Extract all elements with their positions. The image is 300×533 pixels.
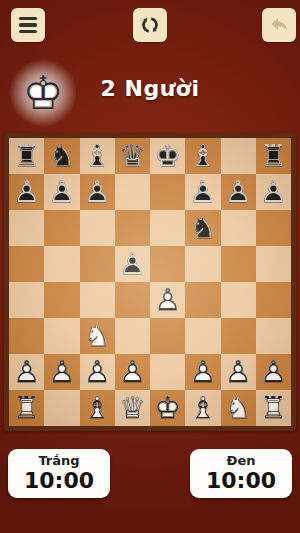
black-pawn[interactable]: ♟♙	[115, 246, 150, 282]
board-grid: ♜♖♞♘♝♗♛♕♚♔♝♗♜♖♟♙♟♙♟♙♟♙♟♙♟♙♞♘♟♙♟♙♞♘♟♙♟♙♟♙…	[9, 138, 291, 426]
white-rook[interactable]: ♜♖	[256, 390, 291, 426]
black-pawn[interactable]: ♟♙	[44, 174, 79, 210]
white-clock-time: 10:00	[24, 469, 94, 493]
square-d3[interactable]	[115, 318, 150, 354]
chess-board: ♜♖♞♘♝♗♛♕♚♔♝♗♜♖♟♙♟♙♟♙♟♙♟♙♟♙♞♘♟♙♟♙♞♘♟♙♟♙♟♙…	[4, 133, 296, 431]
square-f3[interactable]	[185, 318, 220, 354]
piece-glyph-outline: ♙	[185, 174, 220, 210]
black-pawn[interactable]: ♟♙	[80, 174, 115, 210]
square-d8[interactable]: ♛♕	[115, 138, 150, 174]
square-e1[interactable]: ♚♔	[150, 390, 185, 426]
black-knight[interactable]: ♞♘	[44, 138, 79, 174]
square-g6[interactable]	[221, 210, 256, 246]
square-a4[interactable]	[9, 282, 44, 318]
refresh-icon	[139, 14, 161, 36]
square-b7[interactable]: ♟♙	[44, 174, 79, 210]
black-bishop[interactable]: ♝♗	[80, 138, 115, 174]
square-c1[interactable]: ♝♗	[80, 390, 115, 426]
square-f5[interactable]	[185, 246, 220, 282]
square-b5[interactable]	[44, 246, 79, 282]
black-rook[interactable]: ♜♖	[9, 138, 44, 174]
piece-glyph-outline: ♙	[256, 174, 291, 210]
square-a6[interactable]	[9, 210, 44, 246]
square-a7[interactable]: ♟♙	[9, 174, 44, 210]
black-pawn[interactable]: ♟♙	[9, 174, 44, 210]
piece-glyph-outline: ♙	[115, 354, 150, 390]
piece-glyph-outline: ♙	[80, 354, 115, 390]
square-e5[interactable]	[150, 246, 185, 282]
undo-arrow-icon	[267, 13, 291, 37]
white-pawn[interactable]: ♟♙	[44, 354, 79, 390]
piece-glyph-outline: ♙	[221, 174, 256, 210]
white-pawn[interactable]: ♟♙	[221, 354, 256, 390]
white-queen[interactable]: ♛♕	[115, 390, 150, 426]
square-e4[interactable]: ♟♙	[150, 282, 185, 318]
piece-glyph-outline: ♙	[9, 354, 44, 390]
white-knight[interactable]: ♞♘	[80, 318, 115, 354]
square-b3[interactable]	[44, 318, 79, 354]
black-bishop[interactable]: ♝♗	[185, 138, 220, 174]
square-d7[interactable]	[115, 174, 150, 210]
white-knight[interactable]: ♞♘	[221, 390, 256, 426]
piece-glyph-outline: ♙	[221, 354, 256, 390]
piece-glyph-outline: ♙	[115, 246, 150, 282]
square-g4[interactable]	[221, 282, 256, 318]
square-a2[interactable]: ♟♙	[9, 354, 44, 390]
piece-glyph-outline: ♖	[9, 390, 44, 426]
square-h1[interactable]: ♜♖	[256, 390, 291, 426]
piece-glyph-outline: ♘	[221, 390, 256, 426]
square-c8[interactable]: ♝♗	[80, 138, 115, 174]
piece-glyph-outline: ♗	[80, 138, 115, 174]
piece-glyph-outline: ♕	[115, 138, 150, 174]
square-d6[interactable]	[115, 210, 150, 246]
square-e8[interactable]: ♚♔	[150, 138, 185, 174]
white-pawn[interactable]: ♟♙	[115, 354, 150, 390]
square-h7[interactable]: ♟♙	[256, 174, 291, 210]
white-bishop[interactable]: ♝♗	[185, 390, 220, 426]
piece-glyph-outline: ♙	[150, 282, 185, 318]
refresh-button[interactable]	[133, 8, 167, 42]
black-rook[interactable]: ♜♖	[256, 138, 291, 174]
white-king[interactable]: ♚♔	[150, 390, 185, 426]
square-b1[interactable]	[44, 390, 79, 426]
square-b4[interactable]	[44, 282, 79, 318]
square-h5[interactable]	[256, 246, 291, 282]
square-g1[interactable]: ♞♘	[221, 390, 256, 426]
square-a3[interactable]	[9, 318, 44, 354]
piece-glyph-outline: ♙	[185, 354, 220, 390]
piece-glyph-outline: ♙	[9, 174, 44, 210]
black-king[interactable]: ♚♔	[150, 138, 185, 174]
white-clock[interactable]: Trắng 10:00	[8, 449, 110, 498]
undo-button[interactable]	[262, 8, 296, 42]
square-h6[interactable]	[256, 210, 291, 246]
white-pawn[interactable]: ♟♙	[80, 354, 115, 390]
white-pawn[interactable]: ♟♙	[9, 354, 44, 390]
square-d4[interactable]	[115, 282, 150, 318]
square-h4[interactable]	[256, 282, 291, 318]
square-c3[interactable]: ♞♘	[80, 318, 115, 354]
square-h8[interactable]: ♜♖	[256, 138, 291, 174]
white-pawn[interactable]: ♟♙	[185, 354, 220, 390]
piece-glyph-outline: ♙	[80, 174, 115, 210]
square-e7[interactable]	[150, 174, 185, 210]
square-d1[interactable]: ♛♕	[115, 390, 150, 426]
square-b6[interactable]	[44, 210, 79, 246]
piece-glyph-outline: ♙	[256, 354, 291, 390]
piece-glyph-outline: ♗	[185, 390, 220, 426]
square-c2[interactable]: ♟♙	[80, 354, 115, 390]
hamburger-menu-icon	[19, 17, 37, 33]
piece-glyph-outline: ♖	[256, 138, 291, 174]
square-f2[interactable]: ♟♙	[185, 354, 220, 390]
square-f7[interactable]: ♟♙	[185, 174, 220, 210]
square-g5[interactable]	[221, 246, 256, 282]
piece-glyph-outline: ♕	[115, 390, 150, 426]
piece-glyph-outline: ♔	[150, 390, 185, 426]
black-pawn[interactable]: ♟♙	[256, 174, 291, 210]
white-bishop[interactable]: ♝♗	[80, 390, 115, 426]
white-rook[interactable]: ♜♖	[9, 390, 44, 426]
square-c4[interactable]	[80, 282, 115, 318]
piece-glyph-outline: ♘	[185, 210, 220, 246]
square-f4[interactable]	[185, 282, 220, 318]
piece-glyph-outline: ♘	[80, 318, 115, 354]
square-a1[interactable]: ♜♖	[9, 390, 44, 426]
square-f8[interactable]: ♝♗	[185, 138, 220, 174]
square-g7[interactable]: ♟♙	[221, 174, 256, 210]
square-h2[interactable]: ♟♙	[256, 354, 291, 390]
square-f1[interactable]: ♝♗	[185, 390, 220, 426]
square-g2[interactable]: ♟♙	[221, 354, 256, 390]
square-c6[interactable]	[80, 210, 115, 246]
square-d5[interactable]: ♟♙	[115, 246, 150, 282]
black-knight[interactable]: ♞♘	[185, 210, 220, 246]
game-mode-title: 2 Người	[0, 76, 300, 101]
white-pawn[interactable]: ♟♙	[150, 282, 185, 318]
piece-glyph-outline: ♗	[80, 390, 115, 426]
square-g8[interactable]	[221, 138, 256, 174]
piece-glyph-outline: ♗	[185, 138, 220, 174]
black-pawn[interactable]: ♟♙	[221, 174, 256, 210]
piece-glyph-outline: ♙	[44, 174, 79, 210]
white-clock-label: Trắng	[38, 454, 79, 468]
square-c7[interactable]: ♟♙	[80, 174, 115, 210]
black-queen[interactable]: ♛♕	[115, 138, 150, 174]
square-e3[interactable]	[150, 318, 185, 354]
square-c5[interactable]	[80, 246, 115, 282]
square-e6[interactable]	[150, 210, 185, 246]
square-f6[interactable]: ♞♘	[185, 210, 220, 246]
square-a5[interactable]	[9, 246, 44, 282]
piece-glyph-outline: ♔	[150, 138, 185, 174]
menu-button[interactable]	[11, 8, 45, 42]
black-clock-label: Đen	[227, 454, 256, 468]
piece-glyph-outline: ♖	[256, 390, 291, 426]
piece-glyph-outline: ♘	[44, 138, 79, 174]
square-g3[interactable]	[221, 318, 256, 354]
app-screen: ♚ ♔ 2 Người ♜♖♞♘♝♗♛♕♚♔♝♗♜♖♟♙♟♙♟♙♟♙♟♙♟♙♞♘…	[0, 0, 300, 533]
black-clock-time: 10:00	[206, 469, 276, 493]
square-h3[interactable]	[256, 318, 291, 354]
square-d2[interactable]: ♟♙	[115, 354, 150, 390]
piece-glyph-outline: ♖	[9, 138, 44, 174]
black-pawn[interactable]: ♟♙	[185, 174, 220, 210]
square-b8[interactable]: ♞♘	[44, 138, 79, 174]
square-e2[interactable]	[150, 354, 185, 390]
black-clock[interactable]: Đen 10:00	[190, 449, 292, 498]
square-b2[interactable]: ♟♙	[44, 354, 79, 390]
white-pawn[interactable]: ♟♙	[256, 354, 291, 390]
square-a8[interactable]: ♜♖	[9, 138, 44, 174]
piece-glyph-outline: ♙	[44, 354, 79, 390]
